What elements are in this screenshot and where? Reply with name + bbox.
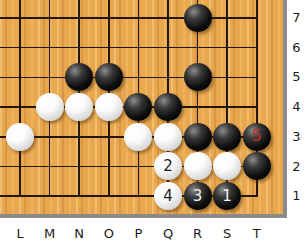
stone-black-O5[interactable] bbox=[95, 63, 123, 91]
stones-grid: 52431 bbox=[5, 3, 271, 211]
go-diagram: 52431 7654321 LMNOPQRST bbox=[0, 0, 308, 249]
go-board[interactable]: 52431 bbox=[0, 0, 283, 214]
column-label-L: L bbox=[10, 225, 30, 241]
column-label-S: S bbox=[217, 225, 237, 241]
column-label-T: T bbox=[247, 225, 267, 241]
board-edge-separator-bottom bbox=[0, 214, 287, 218]
column-label-P: P bbox=[128, 225, 148, 241]
stone-white-P3[interactable] bbox=[124, 123, 152, 151]
row-label-4: 4 bbox=[285, 98, 308, 116]
move-number-label: 3 bbox=[193, 189, 203, 204]
stone-black-R1[interactable]: 3 bbox=[184, 182, 212, 210]
move-number-label: 4 bbox=[163, 189, 173, 204]
stone-black-N5[interactable] bbox=[65, 63, 93, 91]
column-label-N: N bbox=[69, 225, 89, 241]
stone-white-L3[interactable] bbox=[6, 123, 34, 151]
stone-white-N4[interactable] bbox=[65, 93, 93, 121]
column-label-M: M bbox=[40, 225, 60, 241]
stone-black-T2[interactable] bbox=[243, 152, 271, 180]
stone-white-S2[interactable] bbox=[213, 152, 241, 180]
stone-black-S3[interactable] bbox=[213, 123, 241, 151]
row-label-6: 6 bbox=[285, 39, 308, 57]
stone-black-S1[interactable]: 1 bbox=[213, 182, 241, 210]
row-label-7: 7 bbox=[285, 9, 308, 27]
column-label-O: O bbox=[99, 225, 119, 241]
row-label-5: 5 bbox=[285, 68, 308, 86]
move-number-label: 1 bbox=[222, 189, 232, 204]
stone-white-Q2[interactable]: 2 bbox=[154, 152, 182, 180]
stone-black-R3[interactable] bbox=[184, 123, 212, 151]
move-number-label: 5 bbox=[252, 129, 262, 144]
stone-white-Q1[interactable]: 4 bbox=[154, 182, 182, 210]
stone-black-T3[interactable]: 5 bbox=[243, 123, 271, 151]
row-label-3: 3 bbox=[285, 128, 308, 146]
stone-white-R2[interactable] bbox=[184, 152, 212, 180]
stone-black-R5[interactable] bbox=[184, 63, 212, 91]
stone-white-Q3[interactable] bbox=[154, 123, 182, 151]
move-number-label: 2 bbox=[163, 159, 173, 174]
stone-black-Q4[interactable] bbox=[154, 93, 182, 121]
row-label-1: 1 bbox=[285, 187, 308, 205]
row-label-2: 2 bbox=[285, 158, 308, 176]
stone-white-O4[interactable] bbox=[95, 93, 123, 121]
stone-black-P4[interactable] bbox=[124, 93, 152, 121]
column-label-R: R bbox=[188, 225, 208, 241]
stone-white-M4[interactable] bbox=[36, 93, 64, 121]
column-label-Q: Q bbox=[158, 225, 178, 241]
stone-black-R7[interactable] bbox=[184, 4, 212, 32]
